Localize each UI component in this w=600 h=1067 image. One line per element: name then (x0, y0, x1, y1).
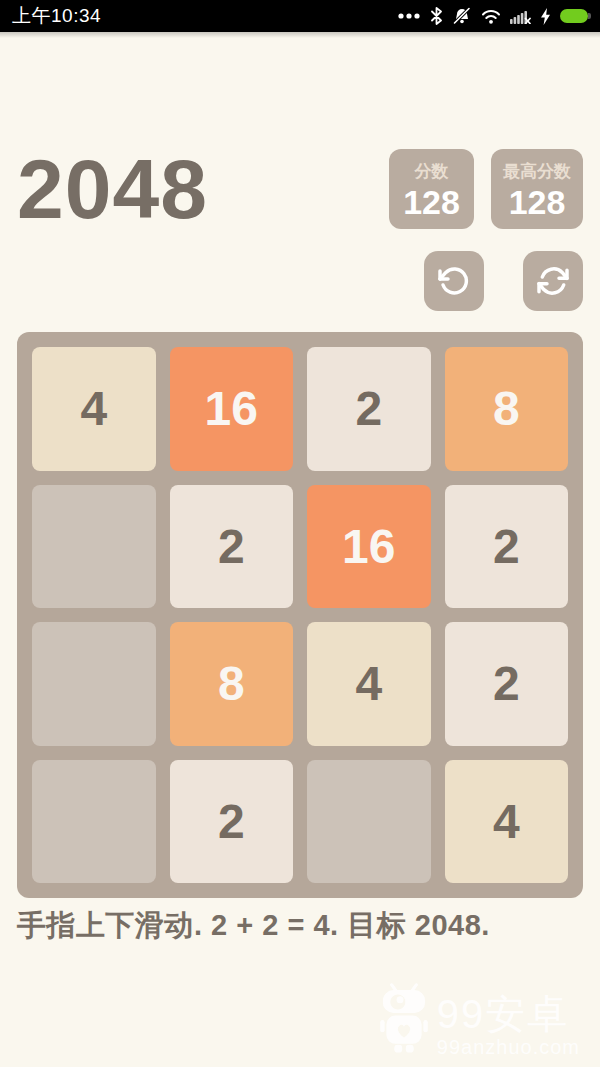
undo-icon (438, 265, 470, 297)
tile-4: 4 (307, 622, 431, 746)
status-bar: 上午10:34 (0, 0, 600, 32)
battery-icon (560, 9, 588, 23)
tile-4: 4 (445, 760, 569, 884)
score-label: 分数 (415, 160, 449, 183)
status-icons (397, 7, 588, 25)
undo-button[interactable] (424, 251, 484, 311)
empty-cell (32, 485, 156, 609)
empty-cell (32, 760, 156, 884)
score-box: 分数 128 (389, 149, 474, 229)
overflow-dots-icon (397, 12, 421, 20)
tile-16: 16 (170, 347, 294, 471)
wifi-icon (481, 9, 501, 24)
tile-8: 8 (170, 622, 294, 746)
tile-2: 2 (445, 622, 569, 746)
bluetooth-icon (430, 7, 443, 25)
watermark-text: 99安卓 99anzhuo.com (437, 994, 580, 1057)
empty-cell (32, 622, 156, 746)
signal-no-service-icon (510, 9, 531, 24)
empty-cell (307, 760, 431, 884)
controls-row (17, 251, 583, 311)
mute-bell-icon (452, 7, 472, 25)
score-value: 128 (403, 185, 460, 219)
header-row: 2048 分数 128 最高分数 128 (17, 148, 583, 230)
tile-2: 2 (170, 760, 294, 884)
tile-2: 2 (170, 485, 294, 609)
game-title: 2048 (17, 149, 208, 229)
tile-16: 16 (307, 485, 431, 609)
watermark-brand: 99安卓 (437, 994, 570, 1034)
watermark: 99安卓 99anzhuo.com (379, 983, 580, 1057)
tile-4: 4 (32, 347, 156, 471)
watermark-domain: 99anzhuo.com (437, 1037, 580, 1057)
charging-bolt-icon (540, 8, 551, 25)
tile-2: 2 (307, 347, 431, 471)
score-boxes: 分数 128 最高分数 128 (389, 149, 583, 229)
best-score-box: 最高分数 128 (491, 149, 583, 229)
game-screen: 2048 分数 128 最高分数 128 (0, 148, 600, 946)
status-time: 上午10:34 (12, 3, 101, 29)
refresh-icon (537, 265, 569, 297)
board[interactable]: 41628216284224 (17, 332, 583, 898)
statusbar-shadow (0, 32, 600, 38)
best-score-value: 128 (509, 185, 566, 219)
instruction-text: 手指上下滑动. 2 + 2 = 4. 目标 2048. (17, 906, 583, 946)
mascot-robot-icon (379, 983, 429, 1057)
tile-8: 8 (445, 347, 569, 471)
new-game-button[interactable] (523, 251, 583, 311)
tile-2: 2 (445, 485, 569, 609)
best-score-label: 最高分数 (503, 160, 571, 183)
